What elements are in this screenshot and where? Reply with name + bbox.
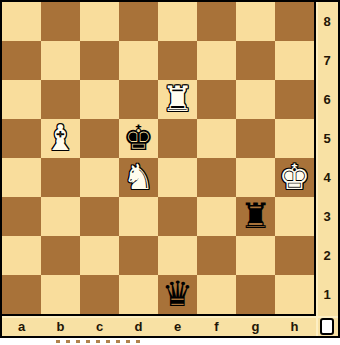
rank-label-4: 4: [316, 158, 338, 197]
white-bishop[interactable]: ♝: [45, 119, 76, 158]
square-d6[interactable]: [119, 80, 158, 119]
black-king[interactable]: ♚: [123, 119, 154, 158]
square-h6[interactable]: [275, 80, 314, 119]
rank-labels: 87654321: [316, 0, 340, 316]
square-c8[interactable]: [80, 2, 119, 41]
square-c6[interactable]: [80, 80, 119, 119]
rank-label-5: 5: [316, 119, 338, 158]
square-e7[interactable]: [158, 41, 197, 80]
square-b7[interactable]: [41, 41, 80, 80]
chessboard-panel: ♜♝♚♞♚♜♛ 87654321 abcdefgh: [0, 0, 340, 338]
square-e3[interactable]: [158, 197, 197, 236]
square-b2[interactable]: [41, 236, 80, 275]
square-b4[interactable]: [41, 158, 80, 197]
square-a5[interactable]: [2, 119, 41, 158]
square-a6[interactable]: [2, 80, 41, 119]
square-g3[interactable]: ♜: [236, 197, 275, 236]
square-h3[interactable]: [275, 197, 314, 236]
square-a8[interactable]: [2, 2, 41, 41]
rank-label-3: 3: [316, 197, 338, 236]
square-c3[interactable]: [80, 197, 119, 236]
file-label-g: g: [236, 316, 275, 336]
square-b6[interactable]: [41, 80, 80, 119]
square-d7[interactable]: [119, 41, 158, 80]
square-e5[interactable]: [158, 119, 197, 158]
square-a2[interactable]: [2, 236, 41, 275]
square-b3[interactable]: [41, 197, 80, 236]
square-e8[interactable]: [158, 2, 197, 41]
square-a3[interactable]: [2, 197, 41, 236]
file-label-a: a: [2, 316, 41, 336]
file-label-c: c: [80, 316, 119, 336]
square-a4[interactable]: [2, 158, 41, 197]
square-e4[interactable]: [158, 158, 197, 197]
square-c4[interactable]: [80, 158, 119, 197]
corner-cell: [316, 316, 340, 338]
rank-label-6: 6: [316, 80, 338, 119]
chess-board: ♜♝♚♞♚♜♛: [0, 0, 316, 316]
square-f4[interactable]: [197, 158, 236, 197]
square-c2[interactable]: [80, 236, 119, 275]
file-label-f: f: [197, 316, 236, 336]
file-label-h: h: [275, 316, 314, 336]
square-h8[interactable]: [275, 2, 314, 41]
square-d8[interactable]: [119, 2, 158, 41]
square-g5[interactable]: [236, 119, 275, 158]
file-label-e: e: [158, 316, 197, 336]
square-a1[interactable]: [2, 275, 41, 314]
square-h2[interactable]: [275, 236, 314, 275]
square-f3[interactable]: [197, 197, 236, 236]
square-f6[interactable]: [197, 80, 236, 119]
square-g8[interactable]: [236, 2, 275, 41]
square-g6[interactable]: [236, 80, 275, 119]
square-h1[interactable]: [275, 275, 314, 314]
file-labels: abcdefgh: [0, 316, 316, 338]
cropped-content-dashes: [56, 340, 140, 343]
square-d4[interactable]: ♞: [119, 158, 158, 197]
square-g4[interactable]: [236, 158, 275, 197]
square-f1[interactable]: [197, 275, 236, 314]
square-h4[interactable]: ♚: [275, 158, 314, 197]
square-e2[interactable]: [158, 236, 197, 275]
rank-label-1: 1: [316, 275, 338, 314]
square-f8[interactable]: [197, 2, 236, 41]
rank-label-2: 2: [316, 236, 338, 275]
rank-label-8: 8: [316, 2, 338, 41]
square-h7[interactable]: [275, 41, 314, 80]
black-rook[interactable]: ♜: [240, 197, 271, 236]
square-e1[interactable]: ♛: [158, 275, 197, 314]
square-f2[interactable]: [197, 236, 236, 275]
white-knight[interactable]: ♞: [123, 158, 154, 197]
square-c7[interactable]: [80, 41, 119, 80]
rank-label-7: 7: [316, 41, 338, 80]
square-g1[interactable]: [236, 275, 275, 314]
square-d1[interactable]: [119, 275, 158, 314]
black-queen[interactable]: ♛: [162, 275, 193, 314]
square-g2[interactable]: [236, 236, 275, 275]
chess-app-window: ♜♝♚♞♚♜♛ 87654321 abcdefgh: [0, 0, 340, 345]
cropped-bottom-strip: [0, 338, 340, 345]
square-h5[interactable]: [275, 119, 314, 158]
square-c5[interactable]: [80, 119, 119, 158]
white-rook[interactable]: ♜: [162, 80, 193, 119]
square-g7[interactable]: [236, 41, 275, 80]
square-b5[interactable]: ♝: [41, 119, 80, 158]
square-f7[interactable]: [197, 41, 236, 80]
square-a7[interactable]: [2, 41, 41, 80]
square-b8[interactable]: [41, 2, 80, 41]
file-label-b: b: [41, 316, 80, 336]
square-d3[interactable]: [119, 197, 158, 236]
square-d5[interactable]: ♚: [119, 119, 158, 158]
square-f5[interactable]: [197, 119, 236, 158]
white-king[interactable]: ♚: [279, 158, 310, 197]
square-b1[interactable]: [41, 275, 80, 314]
square-d2[interactable]: [119, 236, 158, 275]
white-to-move-indicator: [320, 318, 334, 335]
square-c1[interactable]: [80, 275, 119, 314]
file-label-d: d: [119, 316, 158, 336]
square-e6[interactable]: ♜: [158, 80, 197, 119]
